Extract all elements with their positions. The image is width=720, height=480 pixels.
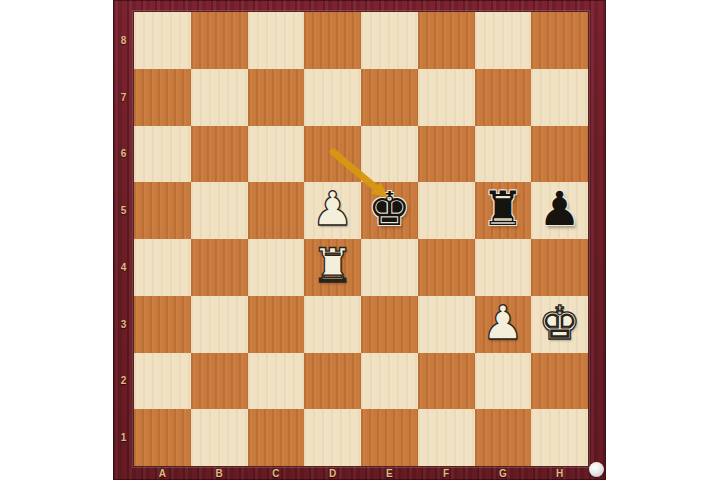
square-g4[interactable] (475, 239, 532, 296)
square-a6[interactable] (134, 126, 191, 183)
square-e6[interactable] (361, 126, 418, 183)
square-f2[interactable] (418, 353, 475, 410)
square-g5[interactable]: ♜ (475, 182, 532, 239)
square-b6[interactable] (191, 126, 248, 183)
file-label-h: H (556, 468, 563, 479)
rank-label-2: 2 (121, 375, 127, 386)
square-h4[interactable] (531, 239, 588, 296)
square-c3[interactable] (248, 296, 305, 353)
file-labels: ABCDEFGH (134, 466, 588, 480)
square-d2[interactable] (304, 353, 361, 410)
square-b7[interactable] (191, 69, 248, 126)
square-c7[interactable] (248, 69, 305, 126)
square-d7[interactable] (304, 69, 361, 126)
square-d5[interactable]: ♟ (304, 182, 361, 239)
square-a1[interactable] (134, 409, 191, 466)
rank-labels: 87654321 (113, 12, 134, 466)
piece-black-pawn[interactable]: ♟ (539, 185, 581, 232)
square-h2[interactable] (531, 353, 588, 410)
square-d8[interactable] (304, 12, 361, 69)
piece-white-pawn[interactable]: ♟ (482, 299, 524, 346)
file-label-b: B (216, 468, 223, 479)
square-d1[interactable] (304, 409, 361, 466)
square-e2[interactable] (361, 353, 418, 410)
square-f8[interactable] (418, 12, 475, 69)
square-g7[interactable] (475, 69, 532, 126)
square-a2[interactable] (134, 353, 191, 410)
piece-white-pawn[interactable]: ♟ (312, 185, 354, 232)
square-e3[interactable] (361, 296, 418, 353)
square-c6[interactable] (248, 126, 305, 183)
square-b5[interactable] (191, 182, 248, 239)
square-c4[interactable] (248, 239, 305, 296)
square-f4[interactable] (418, 239, 475, 296)
square-a3[interactable] (134, 296, 191, 353)
square-a8[interactable] (134, 12, 191, 69)
chessboard[interactable]: ♟♚♜♟♜♟♚ (134, 12, 588, 466)
square-d3[interactable] (304, 296, 361, 353)
file-label-c: C (272, 468, 279, 479)
rank-label-6: 6 (121, 148, 127, 159)
square-h6[interactable] (531, 126, 588, 183)
piece-white-king[interactable]: ♚ (539, 299, 581, 346)
square-a7[interactable] (134, 69, 191, 126)
square-g8[interactable] (475, 12, 532, 69)
square-b8[interactable] (191, 12, 248, 69)
square-e8[interactable] (361, 12, 418, 69)
square-g3[interactable]: ♟ (475, 296, 532, 353)
file-label-g: G (499, 468, 507, 479)
square-b4[interactable] (191, 239, 248, 296)
square-h3[interactable]: ♚ (531, 296, 588, 353)
square-e4[interactable] (361, 239, 418, 296)
square-h7[interactable] (531, 69, 588, 126)
page: 87654321 ♟♚♜♟♜♟♚ ABCDEFGH (0, 0, 720, 480)
chessboard-frame: 87654321 ♟♚♜♟♜♟♚ ABCDEFGH (113, 0, 606, 480)
rank-label-4: 4 (121, 262, 127, 273)
square-f3[interactable] (418, 296, 475, 353)
square-c8[interactable] (248, 12, 305, 69)
square-e5[interactable]: ♚ (361, 182, 418, 239)
square-g1[interactable] (475, 409, 532, 466)
square-c1[interactable] (248, 409, 305, 466)
square-d4[interactable]: ♜ (304, 239, 361, 296)
file-label-d: D (329, 468, 336, 479)
file-label-f: F (443, 468, 449, 479)
square-a4[interactable] (134, 239, 191, 296)
square-h1[interactable] (531, 409, 588, 466)
square-c2[interactable] (248, 353, 305, 410)
file-label-e: E (386, 468, 393, 479)
piece-black-rook[interactable]: ♜ (482, 185, 524, 232)
square-b1[interactable] (191, 409, 248, 466)
square-e7[interactable] (361, 69, 418, 126)
rank-label-3: 3 (121, 319, 127, 330)
square-b2[interactable] (191, 353, 248, 410)
rank-label-5: 5 (121, 205, 127, 216)
piece-black-king[interactable]: ♚ (368, 185, 410, 232)
square-g6[interactable] (475, 126, 532, 183)
square-e1[interactable] (361, 409, 418, 466)
square-b3[interactable] (191, 296, 248, 353)
piece-white-rook[interactable]: ♜ (312, 242, 354, 289)
square-h5[interactable]: ♟ (531, 182, 588, 239)
rank-label-1: 1 (121, 432, 127, 443)
square-h8[interactable] (531, 12, 588, 69)
square-f7[interactable] (418, 69, 475, 126)
rank-label-7: 7 (121, 92, 127, 103)
square-f6[interactable] (418, 126, 475, 183)
square-g2[interactable] (475, 353, 532, 410)
square-d6[interactable] (304, 126, 361, 183)
square-f1[interactable] (418, 409, 475, 466)
square-c5[interactable] (248, 182, 305, 239)
square-a5[interactable] (134, 182, 191, 239)
square-f5[interactable] (418, 182, 475, 239)
rank-label-8: 8 (121, 35, 127, 46)
side-to-move-indicator (589, 462, 604, 477)
file-label-a: A (159, 468, 166, 479)
